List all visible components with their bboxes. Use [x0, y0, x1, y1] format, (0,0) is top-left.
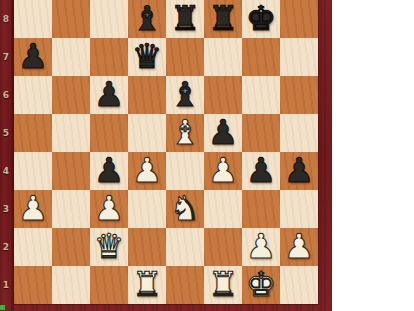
square-d1[interactable]: ♜	[128, 266, 166, 304]
black-king[interactable]: ♚	[246, 1, 276, 35]
square-f4[interactable]: ♟	[204, 152, 242, 190]
square-h3[interactable]	[280, 190, 318, 228]
white-pawn[interactable]: ♟	[284, 229, 314, 263]
square-e3[interactable]: ♞	[166, 190, 204, 228]
square-c1[interactable]	[90, 266, 128, 304]
square-f6[interactable]	[204, 76, 242, 114]
square-e2[interactable]	[166, 228, 204, 266]
square-h5[interactable]	[280, 114, 318, 152]
square-g7[interactable]	[242, 38, 280, 76]
square-d6[interactable]	[128, 76, 166, 114]
square-a5[interactable]	[14, 114, 52, 152]
rank-label-1: 1	[0, 266, 12, 304]
square-h6[interactable]	[280, 76, 318, 114]
square-c8[interactable]	[90, 0, 128, 38]
white-queen[interactable]: ♛	[94, 229, 124, 263]
square-f7[interactable]	[204, 38, 242, 76]
rank-label-2: 2	[0, 228, 12, 266]
square-c7[interactable]	[90, 38, 128, 76]
square-e4[interactable]	[166, 152, 204, 190]
square-f8[interactable]: ♜	[204, 0, 242, 38]
chess-board-frame: 87654321 ♝♜♜♚♟♛♟♝♝♟♟♟♟♟♟♟♟♞♛♟♟♜♜♚	[0, 0, 332, 311]
white-pawn[interactable]: ♟	[246, 229, 276, 263]
square-f3[interactable]	[204, 190, 242, 228]
square-e1[interactable]	[166, 266, 204, 304]
rank-label-3: 3	[0, 190, 12, 228]
square-b3[interactable]	[52, 190, 90, 228]
square-h1[interactable]	[280, 266, 318, 304]
black-bishop[interactable]: ♝	[132, 1, 162, 35]
square-d8[interactable]: ♝	[128, 0, 166, 38]
square-g4[interactable]: ♟	[242, 152, 280, 190]
square-b2[interactable]	[52, 228, 90, 266]
square-a4[interactable]	[14, 152, 52, 190]
square-d5[interactable]	[128, 114, 166, 152]
white-king[interactable]: ♚	[246, 267, 276, 301]
white-pawn[interactable]: ♟	[18, 191, 48, 225]
rank-labels-column: 87654321	[0, 0, 14, 304]
square-b5[interactable]	[52, 114, 90, 152]
rank-label-5: 5	[0, 114, 12, 152]
status-dot-green	[0, 305, 5, 310]
square-a8[interactable]	[14, 0, 52, 38]
black-bishop[interactable]: ♝	[170, 77, 200, 111]
black-pawn[interactable]: ♟	[94, 77, 124, 111]
rank-label-7: 7	[0, 38, 12, 76]
square-g5[interactable]	[242, 114, 280, 152]
square-g1[interactable]: ♚	[242, 266, 280, 304]
white-knight[interactable]: ♞	[170, 191, 200, 225]
square-a6[interactable]	[14, 76, 52, 114]
square-d2[interactable]	[128, 228, 166, 266]
rank-label-6: 6	[0, 76, 12, 114]
black-pawn[interactable]: ♟	[18, 39, 48, 73]
black-pawn[interactable]: ♟	[246, 153, 276, 187]
square-a3[interactable]: ♟	[14, 190, 52, 228]
black-pawn[interactable]: ♟	[208, 115, 238, 149]
black-rook[interactable]: ♜	[170, 1, 200, 35]
square-b8[interactable]	[52, 0, 90, 38]
square-b1[interactable]	[52, 266, 90, 304]
black-pawn[interactable]: ♟	[94, 153, 124, 187]
white-pawn[interactable]: ♟	[94, 191, 124, 225]
square-b4[interactable]	[52, 152, 90, 190]
square-b6[interactable]	[52, 76, 90, 114]
square-e6[interactable]: ♝	[166, 76, 204, 114]
square-c2[interactable]: ♛	[90, 228, 128, 266]
square-c5[interactable]	[90, 114, 128, 152]
square-c4[interactable]: ♟	[90, 152, 128, 190]
square-c3[interactable]: ♟	[90, 190, 128, 228]
square-h4[interactable]: ♟	[280, 152, 318, 190]
rank-label-4: 4	[0, 152, 12, 190]
square-b7[interactable]	[52, 38, 90, 76]
white-bishop[interactable]: ♝	[170, 115, 200, 149]
square-c6[interactable]: ♟	[90, 76, 128, 114]
white-rook[interactable]: ♜	[132, 267, 162, 301]
square-g8[interactable]: ♚	[242, 0, 280, 38]
square-e5[interactable]: ♝	[166, 114, 204, 152]
square-g2[interactable]: ♟	[242, 228, 280, 266]
square-a2[interactable]	[14, 228, 52, 266]
square-a7[interactable]: ♟	[14, 38, 52, 76]
black-rook[interactable]: ♜	[208, 1, 238, 35]
square-g3[interactable]	[242, 190, 280, 228]
white-pawn[interactable]: ♟	[132, 153, 162, 187]
chess-board: ♝♜♜♚♟♛♟♝♝♟♟♟♟♟♟♟♟♞♛♟♟♜♜♚	[14, 0, 318, 304]
page-background-gutter	[332, 0, 414, 311]
square-d4[interactable]: ♟	[128, 152, 166, 190]
square-d3[interactable]	[128, 190, 166, 228]
rank-label-8: 8	[0, 0, 12, 38]
white-pawn[interactable]: ♟	[208, 153, 238, 187]
square-a1[interactable]	[14, 266, 52, 304]
square-h2[interactable]: ♟	[280, 228, 318, 266]
square-f1[interactable]: ♜	[204, 266, 242, 304]
square-h8[interactable]	[280, 0, 318, 38]
square-d7[interactable]: ♛	[128, 38, 166, 76]
square-g6[interactable]	[242, 76, 280, 114]
black-queen[interactable]: ♛	[132, 39, 162, 73]
black-pawn[interactable]: ♟	[284, 153, 314, 187]
square-h7[interactable]	[280, 38, 318, 76]
white-rook[interactable]: ♜	[208, 267, 238, 301]
square-f2[interactable]	[204, 228, 242, 266]
square-f5[interactable]: ♟	[204, 114, 242, 152]
square-e8[interactable]: ♜	[166, 0, 204, 38]
square-e7[interactable]	[166, 38, 204, 76]
